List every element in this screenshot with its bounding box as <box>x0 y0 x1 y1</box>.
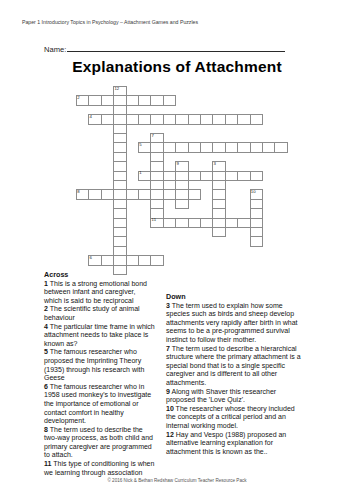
crossword-cell[interactable] <box>250 114 263 124</box>
clue-line: alternative learning explanation for <box>166 439 338 448</box>
crossword-cell[interactable] <box>163 114 176 124</box>
clue-line: we learning through association <box>44 469 196 478</box>
clue-12: 12 Hay and Vespo (1988) proposed analter… <box>166 431 338 457</box>
clue-line: attachments very rapidly after birth in … <box>166 319 338 328</box>
clue-10: 10 The researcher whose theory includedt… <box>166 405 338 431</box>
grid-number-8: 8 <box>77 190 79 195</box>
crossword-cell[interactable] <box>188 114 201 124</box>
clue-line: 3 The term used to explain how some <box>166 302 338 311</box>
grid-number-9: 9 <box>176 162 178 167</box>
clue-number: 11 <box>44 460 51 467</box>
crossword-cell[interactable] <box>138 189 151 199</box>
grid-number-3: 3 <box>214 162 216 167</box>
clue-number: 4 <box>44 323 48 330</box>
clue-line: instinct to follow their mother. <box>166 336 338 345</box>
crossword-cell[interactable] <box>138 95 151 105</box>
crossword-cell[interactable] <box>126 189 139 199</box>
crossword-cell[interactable] <box>88 95 101 105</box>
clue-number: 12 <box>166 431 174 438</box>
crossword-cell[interactable] <box>188 171 201 181</box>
clue-11: 11 This type of conditioning is whenwe l… <box>44 460 196 477</box>
crossword-cell[interactable] <box>101 189 114 199</box>
across-heading: Across <box>44 271 196 280</box>
crossword-cell[interactable] <box>237 171 250 181</box>
grid-number-1: 1 <box>139 171 141 176</box>
clue-number: 2 <box>44 305 48 312</box>
crossword-cell[interactable] <box>212 227 225 237</box>
clue-line: attachment this is known as the.. <box>166 448 338 457</box>
clue-number: 1 <box>44 280 48 287</box>
crossword-cell[interactable] <box>188 189 201 199</box>
grid-number-2: 2 <box>77 96 79 101</box>
crossword-cell[interactable] <box>250 142 263 152</box>
crossword-cell[interactable] <box>250 171 263 181</box>
clue-line: 10 The researcher whose theory included <box>166 405 338 414</box>
crossword-cell[interactable] <box>150 255 163 265</box>
crossword-cell[interactable] <box>126 255 139 265</box>
clue-line: 12 Hay and Vespo (1988) proposed an <box>166 431 338 440</box>
crossword-cell[interactable] <box>262 142 275 152</box>
crossword-cell[interactable] <box>126 114 139 124</box>
grid-number-12: 12 <box>114 87 119 92</box>
crossword-grid: 122475931810116 <box>0 0 354 280</box>
crossword-cell[interactable] <box>212 142 225 152</box>
grid-number-6: 6 <box>90 256 92 261</box>
clue-number: 10 <box>166 405 174 412</box>
clue-line: 9 Along with Shaver this researcher <box>166 388 338 397</box>
crossword-cell[interactable] <box>175 114 188 124</box>
clue-line: proposed the 'Love Quiz'. <box>166 396 338 405</box>
crossword-cell[interactable] <box>212 114 225 124</box>
clue-line: 7 The term used to describe a hierarchic… <box>166 345 338 354</box>
crossword-cell[interactable] <box>163 142 176 152</box>
crossword-cell[interactable] <box>138 114 151 124</box>
crossword-cell[interactable] <box>175 142 188 152</box>
crossword-cell[interactable] <box>200 171 213 181</box>
crossword-cell[interactable] <box>188 142 201 152</box>
crossword-cell[interactable] <box>237 114 250 124</box>
clue-line: 1 This is a strong emotional bond <box>44 280 196 289</box>
clue-line: species such as birds and sheep develop <box>166 310 338 319</box>
crossword-cell[interactable] <box>163 171 176 181</box>
crossword-cell[interactable] <box>225 171 238 181</box>
crossword-cell[interactable] <box>163 95 176 105</box>
crossword-cell[interactable] <box>150 95 163 105</box>
crossword-cell[interactable] <box>163 189 176 199</box>
crossword-cell[interactable] <box>225 142 238 152</box>
crossword-cell[interactable] <box>237 218 250 228</box>
clue-number: 9 <box>166 388 170 395</box>
clue-line: attachments. <box>166 379 338 388</box>
grid-number-5: 5 <box>139 143 141 148</box>
grid-number-4: 4 <box>90 115 92 120</box>
clue-line: special bond that is to a single specifi… <box>166 362 338 371</box>
crossword-cell[interactable] <box>225 218 238 228</box>
clue-9: 9 Along with Shaver this researcherpropo… <box>166 388 338 405</box>
clue-number: 5 <box>44 348 48 355</box>
clue-line: internal working model. <box>166 422 338 431</box>
crossword-cell[interactable] <box>200 218 213 228</box>
crossword-cell[interactable] <box>274 142 287 152</box>
crossword-cell[interactable] <box>88 189 101 199</box>
crossword-cell[interactable] <box>188 218 201 228</box>
crossword-cell[interactable] <box>175 199 188 209</box>
crossword-cell[interactable] <box>101 95 114 105</box>
worksheet-page: Paper 1 Introductory Topics in Psycholog… <box>0 0 354 500</box>
clue-line: seems to be a pre-programmed survival <box>166 327 338 336</box>
crossword-cell[interactable] <box>101 114 114 124</box>
clue-number: 8 <box>44 426 48 433</box>
crossword-cell[interactable] <box>250 236 263 246</box>
clue-3: 3 The term used to explain how somespeci… <box>166 302 338 345</box>
crossword-cell[interactable] <box>150 114 163 124</box>
grid-number-10: 10 <box>251 190 256 195</box>
clue-number: 3 <box>166 302 170 309</box>
clue-7: 7 The term used to describe a hierarchic… <box>166 345 338 388</box>
crossword-cell[interactable] <box>175 218 188 228</box>
down-clue-list: 3 The term used to explain how somespeci… <box>166 302 338 457</box>
clue-line: 11 This type of conditioning is when <box>44 460 196 469</box>
crossword-cell[interactable] <box>126 95 139 105</box>
clue-line: caregiver and is different to all other <box>166 370 338 379</box>
clue-number: 6 <box>44 383 48 390</box>
grid-number-7: 7 <box>152 134 154 139</box>
crossword-cell[interactable] <box>101 255 114 265</box>
crossword-cell[interactable] <box>200 114 213 124</box>
crossword-cell[interactable] <box>163 218 176 228</box>
crossword-cell[interactable] <box>138 255 151 265</box>
clue-number: 7 <box>166 345 170 352</box>
clue-line: structure where the primary attachment i… <box>166 353 338 362</box>
clue-line: the concepts of a critical period and an <box>166 413 338 422</box>
crossword-cell[interactable] <box>200 142 213 152</box>
grid-number-11: 11 <box>152 218 156 223</box>
crossword-cell[interactable] <box>237 142 250 152</box>
crossword-cell[interactable] <box>225 114 238 124</box>
page-footer: © 2016 Nick & Bethan Redshaw Curriculum … <box>0 478 354 483</box>
down-clues: Down 3 The term used to explain how some… <box>166 293 338 456</box>
down-heading: Down <box>166 293 338 302</box>
